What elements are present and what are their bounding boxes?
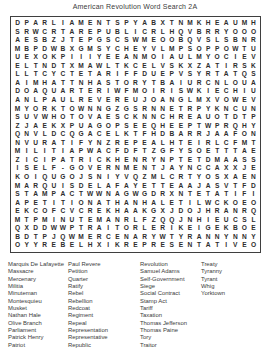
grid-cell: W <box>40 113 49 122</box>
grid-cell: O <box>140 87 149 96</box>
word-list-item: Regiment <box>68 312 108 319</box>
grid-cell: O <box>240 28 249 37</box>
grid-cell: T <box>67 36 76 45</box>
grid-cell: V <box>213 96 222 105</box>
grid-cell: A <box>149 139 158 148</box>
grid-cell: W <box>231 45 240 54</box>
grid-cell: R <box>113 96 122 105</box>
grid-cell: I <box>158 53 167 62</box>
grid-cell: B <box>158 79 167 88</box>
grid-cell: E <box>131 45 140 54</box>
grid-cell: E <box>49 241 58 250</box>
grid-cell: P <box>49 156 58 165</box>
grid-cell: L <box>13 70 22 79</box>
grid-cell: Y <box>204 105 213 114</box>
grid-cell: Y <box>176 164 185 173</box>
grid-cell: U <box>104 28 113 37</box>
grid-cell: Q <box>240 70 249 79</box>
word-list-item: Parliament <box>8 327 64 334</box>
grid-cell: R <box>104 70 113 79</box>
word-list-item: Massacre <box>8 268 64 275</box>
grid-cell: C <box>40 70 49 79</box>
grid-cell: R <box>158 224 167 233</box>
grid-cell: A <box>167 79 176 88</box>
grid-cell: P <box>67 122 76 131</box>
grid-cell: R <box>113 139 122 148</box>
grid-cell: I <box>176 79 185 88</box>
grid-cell: W <box>95 190 104 199</box>
grid-cell: T <box>104 199 113 208</box>
grid-cell: P <box>213 45 222 54</box>
grid-cell: T <box>77 87 86 96</box>
grid-cell: N <box>240 233 249 242</box>
grid-cell: E <box>240 53 249 62</box>
grid-cell: P <box>86 36 95 45</box>
grid-cell: P <box>213 122 222 131</box>
grid-cell: Y <box>222 233 231 242</box>
word-list-column-4: TreatyTyrannyTyrantWhigYorktown <box>201 261 225 298</box>
grid-cell: E <box>249 147 258 156</box>
grid-cell: E <box>22 36 31 45</box>
grid-cell: P <box>204 45 213 54</box>
grid-cell: A <box>31 190 40 199</box>
grid-cell: Q <box>158 216 167 225</box>
grid-cell: H <box>149 130 158 139</box>
grid-cell: T <box>22 216 31 225</box>
grid-cell: U <box>49 182 58 191</box>
grid-cell: V <box>185 28 194 37</box>
grid-cell: I <box>149 87 158 96</box>
grid-cell: I <box>104 241 113 250</box>
grid-cell: A <box>95 79 104 88</box>
grid-cell: E <box>86 19 95 28</box>
grid-cell: J <box>204 130 213 139</box>
word-list-item: Self-Government <box>140 276 187 283</box>
grid-cell: R <box>204 139 213 148</box>
grid-cell: G <box>67 164 76 173</box>
grid-cell: M <box>140 53 149 62</box>
grid-cell: Q <box>58 233 67 242</box>
grid-cell: R <box>67 87 76 96</box>
grid-cell: C <box>113 36 122 45</box>
grid-cell: D <box>140 70 149 79</box>
grid-cell: B <box>58 45 67 54</box>
word-list-item: Treaty <box>201 261 225 268</box>
grid-cell: T <box>167 233 176 242</box>
grid-cell: R <box>122 241 131 250</box>
grid-cell: N <box>86 105 95 114</box>
grid-cell: U <box>231 19 240 28</box>
grid-cell: E <box>176 122 185 131</box>
grid-cell: P <box>249 113 258 122</box>
grid-cell: P <box>40 233 49 242</box>
grid-cell: I <box>249 190 258 199</box>
word-list-item: Revolution <box>140 261 187 268</box>
grid-cell: T <box>176 156 185 165</box>
grid-cell: K <box>49 122 58 131</box>
grid-cell: O <box>158 36 167 45</box>
grid-cell: X <box>67 62 76 71</box>
grid-cell: X <box>204 96 213 105</box>
word-list-item: Siege <box>140 283 187 290</box>
grid-cell: A <box>22 182 31 191</box>
grid-cell: E <box>40 122 49 131</box>
word-list-column-2: Paul ReverePetitionQuarterRatifyRebelReb… <box>68 261 108 349</box>
grid-cell: O <box>240 130 249 139</box>
grid-cell: U <box>222 216 231 225</box>
grid-cell: W <box>158 233 167 242</box>
grid-cell: N <box>231 207 240 216</box>
grid-cell: C <box>58 130 67 139</box>
grid-cell: T <box>49 147 58 156</box>
grid-cell: A <box>13 199 22 208</box>
grid-cell: Y <box>104 45 113 54</box>
grid-cell: M <box>194 53 203 62</box>
grid-cell: M <box>13 216 22 225</box>
grid-cell: D <box>231 113 240 122</box>
grid-cell: P <box>31 216 40 225</box>
grid-cell: M <box>240 139 249 148</box>
grid-cell: A <box>158 96 167 105</box>
grid-cell: K <box>122 62 131 71</box>
grid-cell: R <box>204 28 213 37</box>
grid-cell: F <box>49 164 58 173</box>
grid-cell: R <box>86 207 95 216</box>
grid-cell: A <box>194 113 203 122</box>
grid-cell: S <box>204 36 213 45</box>
grid-cell: C <box>31 207 40 216</box>
grid-cell: V <box>86 164 95 173</box>
grid-cell: F <box>231 139 240 148</box>
grid-cell: C <box>131 62 140 71</box>
grid-cell: E <box>104 96 113 105</box>
grid-cell: J <box>77 173 86 182</box>
grid-cell: D <box>49 62 58 71</box>
grid-cell: R <box>149 241 158 250</box>
grid-cell: V <box>149 45 158 54</box>
grid-cell: Y <box>249 122 258 131</box>
grid-cell: Y <box>176 147 185 156</box>
grid-cell: P <box>194 105 203 114</box>
grid-cell: D <box>13 87 22 96</box>
grid-cell: N <box>113 164 122 173</box>
grid-cell: T <box>113 79 122 88</box>
grid-cell: O <box>249 199 258 208</box>
grid-cell: L <box>249 216 258 225</box>
grid-cell: W <box>49 224 58 233</box>
letter-grid: DPARLIAMENTSPYABXTNMKHEAUMHSRWCRTAREPUBL… <box>11 17 260 252</box>
grid-cell: I <box>49 216 58 225</box>
grid-cell: A <box>122 53 131 62</box>
grid-cell: R <box>194 79 203 88</box>
grid-cell: N <box>58 216 67 225</box>
grid-cell: S <box>213 182 222 191</box>
grid-cell: T <box>176 139 185 148</box>
grid-cell: E <box>104 53 113 62</box>
grid-cell: K <box>13 173 22 182</box>
grid-cell: S <box>167 62 176 71</box>
grid-cell: A <box>95 224 104 233</box>
grid-cell: T <box>149 182 158 191</box>
grid-cell: W <box>231 96 240 105</box>
word-list: Marquis De LafayetteMassacreMercenaryMil… <box>0 261 270 350</box>
grid-cell: V <box>31 130 40 139</box>
grid-cell: Z <box>140 173 149 182</box>
grid-cell: P <box>22 199 31 208</box>
grid-cell: T <box>77 190 86 199</box>
grid-cell: U <box>58 96 67 105</box>
grid-cell: S <box>122 122 131 131</box>
grid-cell: R <box>104 164 113 173</box>
word-list-item: Thomas Jefferson <box>140 320 187 327</box>
grid-cell: K <box>249 62 258 71</box>
grid-cell: E <box>167 105 176 114</box>
grid-cell: G <box>158 147 167 156</box>
grid-cell: V <box>176 70 185 79</box>
grid-cell: R <box>140 105 149 114</box>
grid-cell: M <box>140 36 149 45</box>
grid-cell: B <box>231 36 240 45</box>
grid-cell: S <box>95 45 104 54</box>
grid-cell: L <box>149 62 158 71</box>
grid-cell: R <box>49 28 58 37</box>
grid-cell: R <box>222 122 231 131</box>
grid-cell: R <box>131 224 140 233</box>
grid-cell: O <box>249 241 258 250</box>
word-list-item: Taxation <box>140 312 187 319</box>
grid-cell: E <box>185 139 194 148</box>
grid-cell: E <box>122 139 131 148</box>
grid-cell: C <box>95 156 104 165</box>
word-list-item: Petition <box>68 268 108 275</box>
grid-cell: Y <box>49 70 58 79</box>
grid-cell: T <box>58 105 67 114</box>
grid-cell: E <box>240 96 249 105</box>
grid-cell: T <box>213 62 222 71</box>
grid-cell: I <box>222 62 231 71</box>
grid-cell: S <box>13 28 22 37</box>
grid-cell: U <box>22 113 31 122</box>
grid-cell: Z <box>194 62 203 71</box>
grid-cell: T <box>58 79 67 88</box>
grid-cell: C <box>222 139 231 148</box>
grid-cell: B <box>194 28 203 37</box>
grid-cell: I <box>240 87 249 96</box>
grid-cell: E <box>86 216 95 225</box>
grid-cell: N <box>95 19 104 28</box>
grid-cell: R <box>240 207 249 216</box>
grid-cell: Y <box>22 241 31 250</box>
grid-cell: N <box>158 105 167 114</box>
grid-cell: O <box>194 45 203 54</box>
grid-cell: U <box>185 79 194 88</box>
grid-cell: A <box>176 182 185 191</box>
grid-cell: B <box>40 36 49 45</box>
grid-cell: A <box>13 79 22 88</box>
word-list-item: Nathan Hale <box>8 312 64 319</box>
grid-cell: H <box>167 139 176 148</box>
grid-cell: L <box>158 28 167 37</box>
grid-cell: G <box>95 36 104 45</box>
grid-cell: A <box>167 164 176 173</box>
grid-cell: - <box>58 164 67 173</box>
grid-cell: K <box>131 113 140 122</box>
grid-cell: S <box>249 70 258 79</box>
grid-cell: I <box>22 147 31 156</box>
grid-cell: V <box>249 96 258 105</box>
grid-cell: O <box>213 53 222 62</box>
grid-cell: E <box>167 122 176 131</box>
puzzle-grid-border: DPARLIAMENTSPYABXTNMKHEAUMHSRWCRTAREPUBL… <box>10 16 261 253</box>
grid-cell: H <box>40 79 49 88</box>
grid-cell: Z <box>49 36 58 45</box>
grid-cell: W <box>58 224 67 233</box>
grid-cell: A <box>86 62 95 71</box>
grid-cell: H <box>122 45 131 54</box>
grid-cell: W <box>95 62 104 71</box>
grid-cell: R <box>77 96 86 105</box>
grid-cell: V <box>67 207 76 216</box>
grid-cell: Y <box>149 233 158 242</box>
grid-cell: H <box>158 122 167 131</box>
grid-cell: M <box>40 216 49 225</box>
grid-cell: R <box>40 19 49 28</box>
grid-cell: O <box>67 105 76 114</box>
grid-cell: A <box>204 182 213 191</box>
grid-cell: W <box>185 87 194 96</box>
grid-cell: N <box>131 199 140 208</box>
grid-cell: T <box>113 224 122 233</box>
grid-cell: J <box>58 36 67 45</box>
grid-cell: I <box>86 53 95 62</box>
grid-cell: D <box>40 45 49 54</box>
grid-cell: E <box>131 164 140 173</box>
word-list-item: Social Contract <box>140 290 187 297</box>
grid-cell: I <box>49 199 58 208</box>
grid-cell: E <box>149 224 158 233</box>
grid-cell: E <box>86 87 95 96</box>
grid-cell: E <box>86 96 95 105</box>
grid-cell: O <box>31 105 40 114</box>
grid-cell: N <box>131 156 140 165</box>
grid-cell: A <box>231 173 240 182</box>
grid-cell: R <box>77 28 86 37</box>
grid-cell: X <box>58 122 67 131</box>
grid-cell: I <box>67 53 76 62</box>
grid-cell: I <box>104 224 113 233</box>
grid-cell: V <box>222 182 231 191</box>
grid-cell: D <box>22 233 31 242</box>
grid-cell: H <box>113 156 122 165</box>
grid-cell: D <box>149 190 158 199</box>
grid-cell: N <box>231 233 240 242</box>
grid-cell: W <box>77 105 86 114</box>
word-list-item: Traitor <box>140 342 187 349</box>
grid-cell: E <box>249 164 258 173</box>
grid-cell: P <box>185 122 194 131</box>
word-list-item: Paul Revere <box>68 261 108 268</box>
grid-cell: T <box>185 173 194 182</box>
grid-cell: R <box>131 79 140 88</box>
word-search-page: American Revolution Word Search 2A DPARL… <box>0 0 270 350</box>
grid-cell: Y <box>113 173 122 182</box>
grid-cell: L <box>113 130 122 139</box>
grid-cell: R <box>140 156 149 165</box>
grid-cell: R <box>77 156 86 165</box>
grid-cell: S <box>104 79 113 88</box>
grid-cell: A <box>67 147 76 156</box>
grid-cell: F <box>122 87 131 96</box>
grid-cell: A <box>95 70 104 79</box>
grid-cell: X <box>185 62 194 71</box>
grid-cell: S <box>13 113 22 122</box>
grid-cell: E <box>113 53 122 62</box>
grid-cell: T <box>222 190 231 199</box>
grid-cell: Y <box>140 45 149 54</box>
word-list-item: Marquis De Lafayette <box>8 261 64 268</box>
grid-cell: E <box>104 130 113 139</box>
grid-cell: E <box>13 207 22 216</box>
grid-cell: V <box>158 62 167 71</box>
grid-cell: O <box>222 96 231 105</box>
grid-cell: M <box>167 45 176 54</box>
grid-cell: I <box>231 53 240 62</box>
grid-cell: S <box>104 36 113 45</box>
grid-cell: T <box>40 199 49 208</box>
grid-cell: K <box>49 53 58 62</box>
grid-cell: R <box>31 182 40 191</box>
grid-cell: H <box>167 113 176 122</box>
grid-cell: T <box>22 190 31 199</box>
grid-cell: Z <box>13 122 22 131</box>
grid-cell: V <box>86 113 95 122</box>
grid-cell: O <box>13 241 22 250</box>
grid-cell: K <box>22 207 31 216</box>
grid-cell: A <box>167 53 176 62</box>
grid-cell: A <box>13 36 22 45</box>
grid-cell: M <box>213 156 222 165</box>
grid-cell: E <box>86 233 95 242</box>
grid-cell: E <box>167 199 176 208</box>
grid-cell: N <box>140 164 149 173</box>
grid-cell: Q <box>40 87 49 96</box>
grid-cell: T <box>240 113 249 122</box>
grid-cell: L <box>31 147 40 156</box>
grid-cell: J <box>22 122 31 131</box>
grid-cell: M <box>95 216 104 225</box>
grid-cell: N <box>140 113 149 122</box>
grid-cell: B <box>13 233 22 242</box>
grid-cell: P <box>58 53 67 62</box>
grid-cell: Y <box>22 105 31 114</box>
grid-cell: X <box>222 173 231 182</box>
word-list-item: Thomas Paine <box>140 327 187 334</box>
word-list-item: Mercenary <box>8 276 64 283</box>
grid-cell: I <box>31 173 40 182</box>
grid-cell: U <box>249 45 258 54</box>
grid-cell: L <box>222 79 231 88</box>
word-list-item: Minuteman <box>8 290 64 297</box>
grid-cell: Q <box>40 182 49 191</box>
grid-cell: R <box>40 241 49 250</box>
grid-cell: Z <box>149 147 158 156</box>
grid-cell: R <box>158 190 167 199</box>
grid-cell: W <box>131 190 140 199</box>
grid-cell: T <box>222 113 231 122</box>
grid-cell: A <box>95 147 104 156</box>
grid-cell: T <box>213 241 222 250</box>
word-list-item: Olive Branch <box>8 320 64 327</box>
